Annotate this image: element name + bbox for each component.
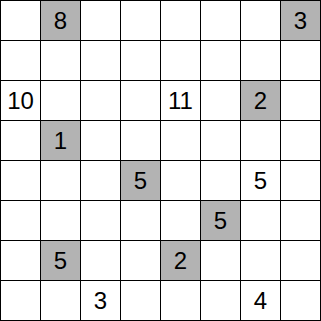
cell-r6-c7[interactable]	[241, 201, 280, 240]
cell-r3-c4[interactable]	[121, 81, 160, 120]
cell-r2-c4[interactable]	[121, 41, 160, 80]
cell-r3-c2[interactable]	[41, 81, 80, 120]
cell-r8-c7[interactable]: 4	[241, 281, 280, 320]
puzzle-grid: 831011215555234	[0, 0, 321, 321]
cell-r3-c6[interactable]	[201, 81, 240, 120]
cell-r7-c4[interactable]	[121, 241, 160, 280]
cell-r7-c1[interactable]	[1, 241, 40, 280]
cell-r1-c6[interactable]	[201, 1, 240, 40]
cell-r8-c1[interactable]	[1, 281, 40, 320]
cell-r7-c7[interactable]	[241, 241, 280, 280]
cell-r2-c7[interactable]	[241, 41, 280, 80]
cell-r2-c3[interactable]	[81, 41, 120, 80]
cell-r7-c3[interactable]	[81, 241, 120, 280]
cell-r5-c8[interactable]	[281, 161, 320, 200]
cell-r7-c5[interactable]: 2	[161, 241, 200, 280]
cell-r2-c8[interactable]	[281, 41, 320, 80]
cell-r3-c7[interactable]: 2	[241, 81, 280, 120]
cell-r2-c1[interactable]	[1, 41, 40, 80]
cell-r8-c6[interactable]	[201, 281, 240, 320]
cell-r1-c4[interactable]	[121, 1, 160, 40]
cell-r5-c7[interactable]: 5	[241, 161, 280, 200]
cell-r4-c3[interactable]	[81, 121, 120, 160]
cell-r2-c5[interactable]	[161, 41, 200, 80]
cell-r8-c2[interactable]	[41, 281, 80, 320]
cell-r4-c4[interactable]	[121, 121, 160, 160]
cell-r5-c3[interactable]	[81, 161, 120, 200]
cell-r3-c8[interactable]	[281, 81, 320, 120]
cell-r1-c2[interactable]: 8	[41, 1, 80, 40]
cell-r1-c7[interactable]	[241, 1, 280, 40]
cell-r1-c8[interactable]: 3	[281, 1, 320, 40]
cell-r6-c2[interactable]	[41, 201, 80, 240]
cell-r5-c1[interactable]	[1, 161, 40, 200]
cell-r1-c5[interactable]	[161, 1, 200, 40]
cell-r6-c5[interactable]	[161, 201, 200, 240]
cell-r6-c8[interactable]	[281, 201, 320, 240]
cell-r2-c6[interactable]	[201, 41, 240, 80]
cell-r5-c6[interactable]	[201, 161, 240, 200]
cell-r5-c4[interactable]: 5	[121, 161, 160, 200]
cell-r8-c4[interactable]	[121, 281, 160, 320]
cell-r5-c5[interactable]	[161, 161, 200, 200]
cell-r8-c5[interactable]	[161, 281, 200, 320]
cell-r8-c8[interactable]	[281, 281, 320, 320]
cell-r1-c3[interactable]	[81, 1, 120, 40]
cell-r4-c2[interactable]: 1	[41, 121, 80, 160]
cell-r7-c6[interactable]	[201, 241, 240, 280]
cell-r4-c1[interactable]	[1, 121, 40, 160]
cell-r6-c3[interactable]	[81, 201, 120, 240]
cell-r4-c6[interactable]	[201, 121, 240, 160]
cell-r4-c5[interactable]	[161, 121, 200, 160]
cell-r4-c8[interactable]	[281, 121, 320, 160]
cell-r3-c1[interactable]: 10	[1, 81, 40, 120]
cell-r5-c2[interactable]	[41, 161, 80, 200]
cell-r3-c3[interactable]	[81, 81, 120, 120]
cell-r8-c3[interactable]: 3	[81, 281, 120, 320]
cell-r6-c1[interactable]	[1, 201, 40, 240]
cell-r2-c2[interactable]	[41, 41, 80, 80]
cell-r6-c6[interactable]: 5	[201, 201, 240, 240]
cell-r7-c2[interactable]: 5	[41, 241, 80, 280]
cell-r3-c5[interactable]: 11	[161, 81, 200, 120]
cell-r1-c1[interactable]	[1, 1, 40, 40]
cell-r6-c4[interactable]	[121, 201, 160, 240]
cell-r4-c7[interactable]	[241, 121, 280, 160]
cell-r7-c8[interactable]	[281, 241, 320, 280]
